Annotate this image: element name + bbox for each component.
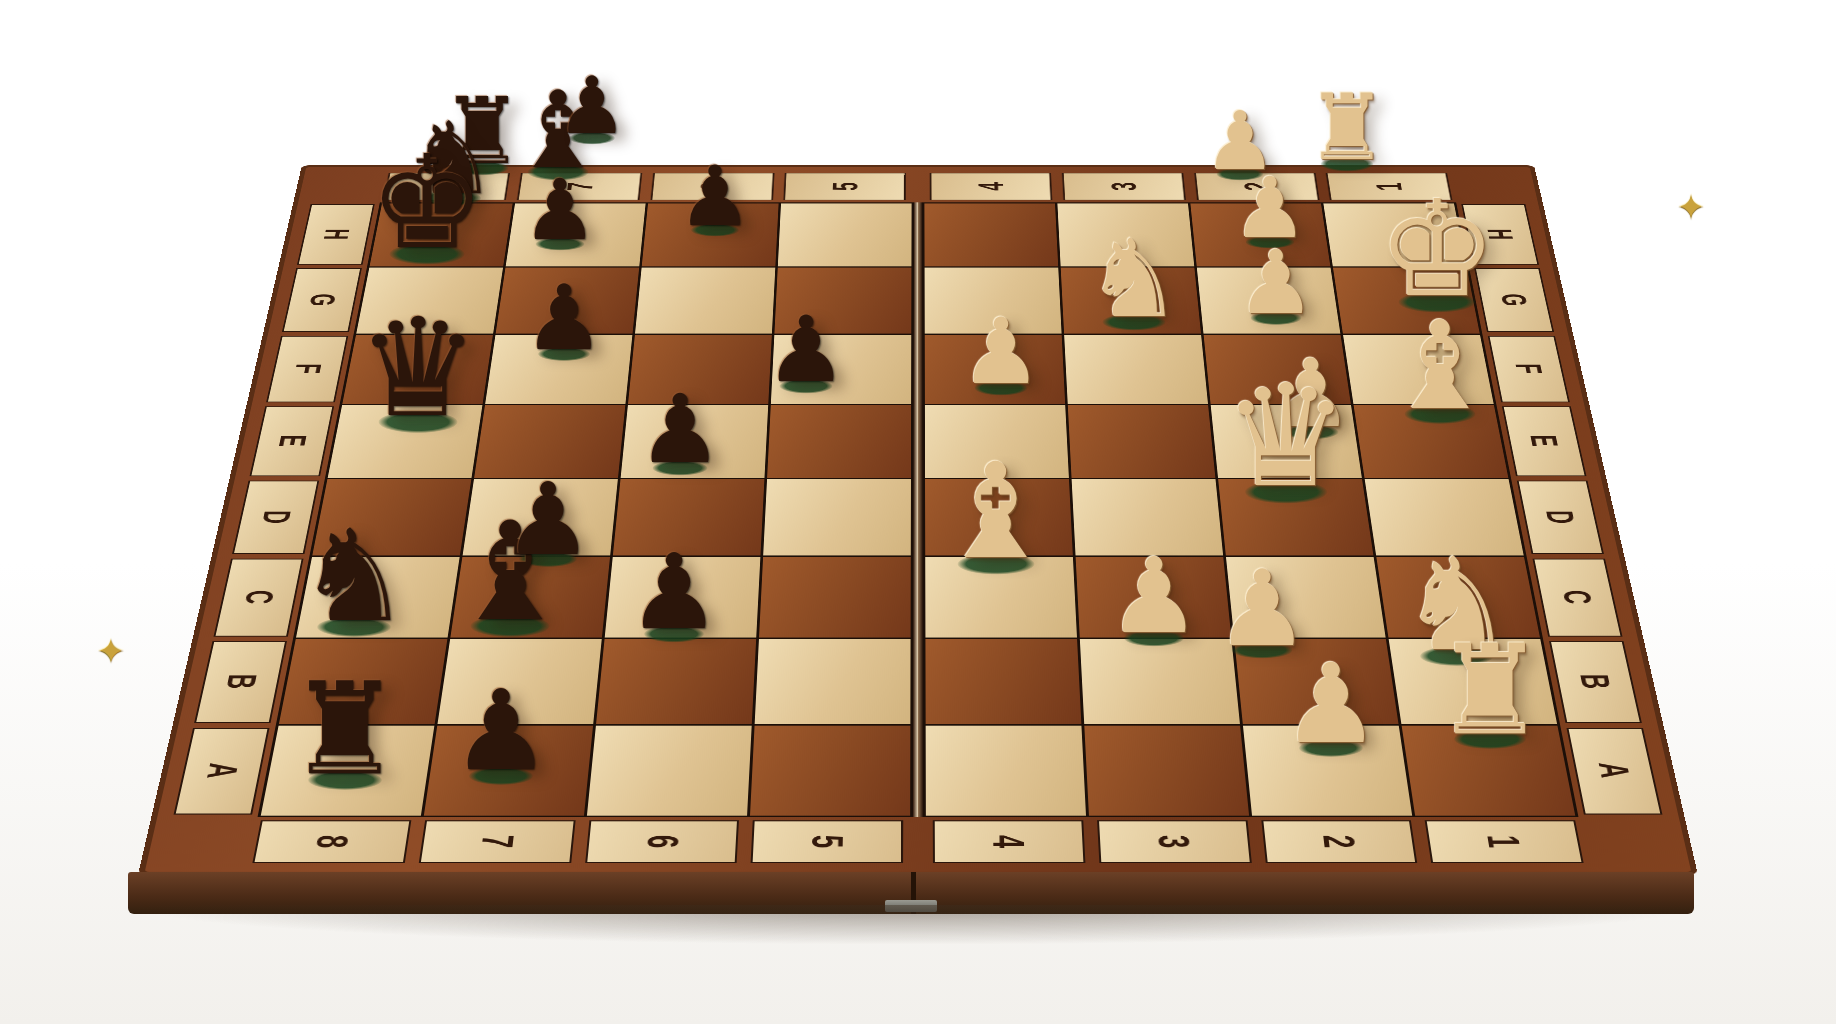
square-a4[interactable]: [926, 726, 1086, 816]
bottom-rank-labels: 87654321: [248, 817, 1589, 866]
white-queen-d2[interactable]: ♛: [1223, 366, 1349, 507]
rank-label-5: 5: [751, 820, 903, 863]
black-pawn-rim-top[interactable]: ♟: [557, 66, 628, 145]
file-label-a: A: [1566, 728, 1662, 815]
square-g6[interactable]: [635, 267, 775, 333]
square-a5[interactable]: [750, 726, 910, 816]
white-rook-a1[interactable]: ♜: [1434, 628, 1545, 752]
right-clasp-icon: ✦: [1668, 192, 1714, 222]
rank-label-4: 4: [930, 173, 1052, 201]
file-label-b: B: [194, 641, 287, 723]
white-knight-f2[interactable]: ♞: [1086, 225, 1183, 333]
rank-label-3: 3: [1097, 820, 1252, 863]
rank-label-5: 5: [784, 173, 906, 201]
board-corner: [1578, 817, 1680, 866]
square-f3[interactable]: [1064, 335, 1208, 404]
black-king-f8[interactable]: ♚: [369, 138, 485, 267]
black-pawn-a7[interactable]: ♟: [451, 676, 551, 787]
rank-label-1: 1: [1425, 820, 1584, 863]
black-pawn-d6[interactable]: ♟: [637, 382, 722, 477]
black-queen-d8[interactable]: ♛: [357, 300, 479, 436]
black-knight-b8[interactable]: ♞: [297, 513, 411, 640]
square-a6[interactable]: [587, 726, 752, 816]
rank-label-3: 3: [1062, 173, 1186, 201]
file-label-b: B: [1549, 641, 1642, 723]
file-label-c: C: [1532, 559, 1622, 637]
white-pawn-e4[interactable]: ♟: [960, 306, 1042, 397]
white-pawn-f1[interactable]: ♟: [1237, 239, 1316, 327]
file-label-f: F: [1488, 336, 1570, 403]
file-label-h: H: [297, 204, 375, 265]
square-e5[interactable]: [767, 405, 911, 478]
square-b6[interactable]: [596, 639, 756, 724]
board-bottom-border: 87654321: [156, 817, 1680, 866]
black-pawn-e7[interactable]: ♟: [524, 273, 605, 363]
white-pawn-b3[interactable]: ♟: [1107, 544, 1200, 648]
black-pawn-g7[interactable]: ♟: [522, 168, 597, 252]
square-c5[interactable]: [759, 557, 911, 638]
square-h4[interactable]: [924, 203, 1058, 266]
file-label-e: E: [1502, 406, 1587, 476]
white-bishop-rim-right[interactable]: ♝: [1385, 305, 1494, 427]
black-pawn-b6[interactable]: ♟: [627, 540, 720, 644]
rank-label-4: 4: [933, 820, 1085, 863]
square-h5[interactable]: [778, 203, 912, 266]
file-label-e: E: [249, 406, 334, 476]
square-b4[interactable]: [925, 639, 1081, 724]
black-rook-a8[interactable]: ♜: [288, 666, 402, 793]
file-label-d: D: [1517, 481, 1604, 555]
board-corner: [156, 817, 258, 866]
black-pawn-c7[interactable]: ♟: [503, 469, 593, 569]
file-label-c: C: [214, 559, 304, 637]
square-a3[interactable]: [1084, 726, 1249, 816]
photo-stage: 87654321 HGFEDCBA HGFEDCBA 87654321 ♜♞♚♛…: [0, 0, 1836, 1024]
black-pawn-g6[interactable]: ♟: [678, 155, 752, 238]
white-rook-rim-right[interactable]: ♜: [1306, 82, 1388, 173]
left-clasp-icon: ✦: [88, 636, 134, 666]
rank-label-8: 8: [252, 820, 411, 863]
file-label-g: G: [282, 268, 362, 331]
white-pawn-b2[interactable]: ♟: [1215, 556, 1309, 661]
black-pawn-e5[interactable]: ♟: [765, 304, 847, 395]
rank-label-2: 2: [1261, 820, 1418, 863]
file-label-a: A: [174, 728, 270, 815]
rank-label-7: 7: [419, 820, 576, 863]
file-label-f: F: [266, 336, 348, 403]
rank-label-6: 6: [585, 820, 740, 863]
square-e3[interactable]: [1068, 405, 1216, 478]
square-b5[interactable]: [755, 639, 911, 724]
square-d5[interactable]: [763, 479, 911, 556]
white-king-rim-right[interactable]: ♚: [1377, 183, 1496, 316]
white-bishop-c4[interactable]: ♝: [937, 446, 1055, 578]
board-shadow: [120, 905, 1710, 945]
